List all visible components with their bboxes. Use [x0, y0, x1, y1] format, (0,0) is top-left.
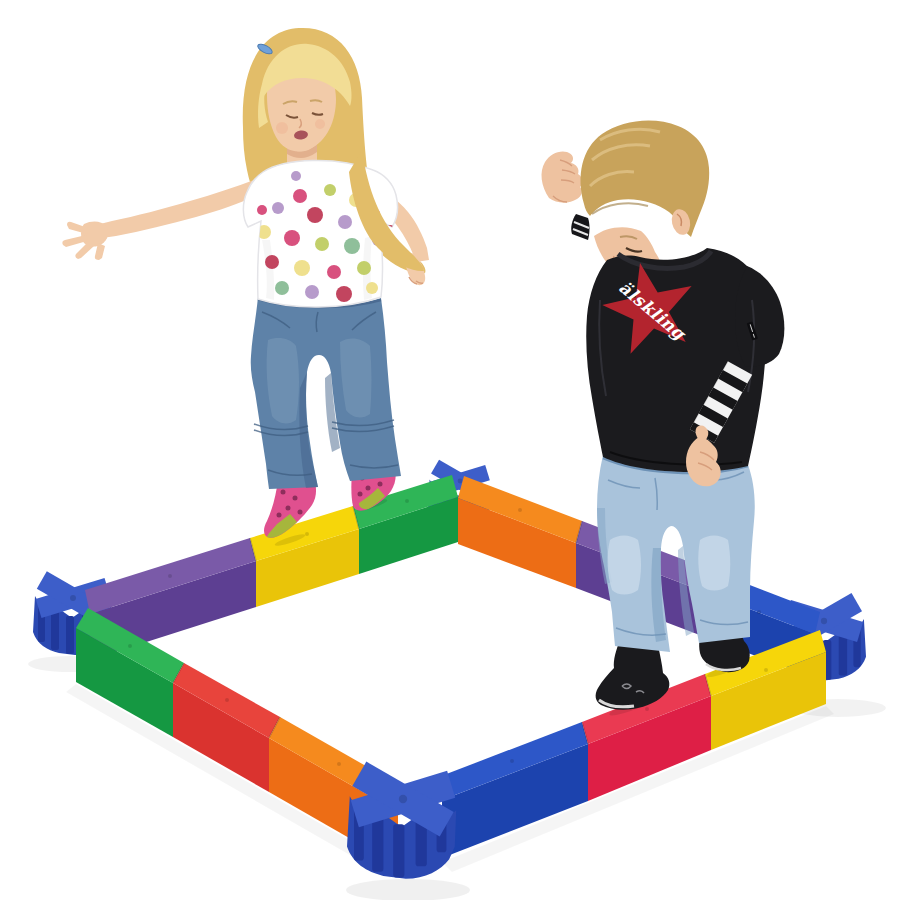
beam-dimple: [757, 610, 761, 614]
hand: [542, 151, 583, 202]
girl-right-arm: [100, 178, 262, 238]
beam-dimple: [225, 698, 229, 702]
beam-upper-left: [85, 475, 458, 660]
scene-canvas: älskling: [0, 0, 900, 900]
boy-shirt: älskling: [586, 248, 784, 472]
shadow: [346, 879, 470, 900]
beam-dimple: [510, 759, 514, 763]
beam-dimple: [168, 574, 172, 578]
cheek-blush: [315, 119, 325, 129]
boy-figure: älskling: [542, 120, 785, 718]
shirt-body: [586, 248, 766, 472]
jeans-highlight: [267, 338, 299, 423]
beam-dimple: [305, 532, 309, 536]
girl-figure: [62, 28, 429, 548]
beam-dimple: [337, 762, 341, 766]
beam-dimple: [645, 707, 649, 711]
cheek-blush: [276, 122, 288, 134]
shirt-sleeve: [735, 266, 784, 367]
boy-raised-hand: [542, 151, 583, 202]
finger: [75, 241, 94, 259]
finger: [62, 235, 87, 247]
beam-dimple: [764, 668, 768, 672]
girl-right-hand: [62, 222, 108, 260]
beam-dimple: [405, 499, 409, 503]
corner-cap-bottom: [347, 762, 456, 879]
beam-dimple: [518, 508, 522, 512]
boy-sleeve-tip: [571, 214, 589, 240]
palm: [81, 222, 108, 247]
beam-dimple: [128, 644, 132, 648]
jeans-highlight: [698, 536, 730, 591]
girl-jeans: [251, 297, 401, 489]
product-photo: älskling: [0, 0, 900, 900]
jeans-highlight: [608, 536, 641, 595]
